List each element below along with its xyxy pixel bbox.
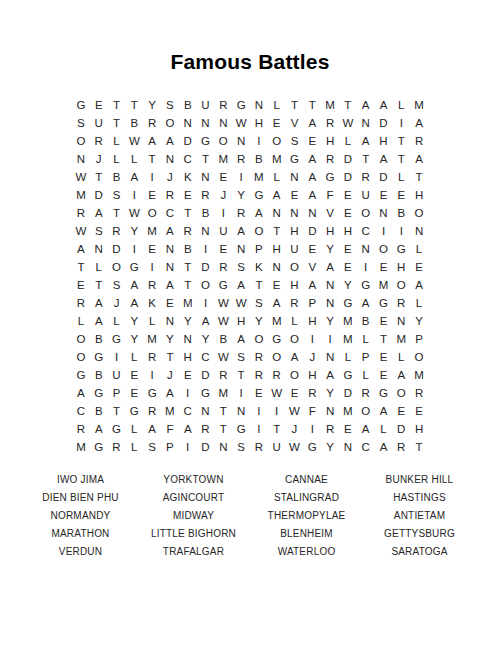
grid-cell[interactable]: A [303,150,321,168]
grid-cell[interactable]: A [250,204,268,222]
grid-cell[interactable]: C [161,204,179,222]
grid-cell[interactable]: R [143,114,161,132]
grid-cell[interactable]: L [375,420,393,438]
grid-cell[interactable]: V [303,258,321,276]
grid-cell[interactable]: M [375,276,393,294]
grid-cell[interactable]: G [321,168,339,186]
grid-cell[interactable]: O [250,222,268,240]
grid-cell[interactable]: I [357,258,375,276]
grid-cell[interactable]: B [179,96,197,114]
grid-cell[interactable]: I [303,330,321,348]
grid-cell[interactable]: D [197,366,215,384]
grid-cell[interactable]: E [410,258,428,276]
grid-cell[interactable]: R [143,276,161,294]
grid-cell[interactable]: W [125,204,143,222]
grid-cell[interactable]: I [250,420,268,438]
grid-cell[interactable]: T [286,96,304,114]
grid-cell[interactable]: I [179,384,197,402]
grid-cell[interactable]: J [303,348,321,366]
grid-cell[interactable]: H [392,258,410,276]
grid-cell[interactable]: E [161,294,179,312]
grid-cell[interactable]: R [392,294,410,312]
grid-cell[interactable]: O [357,204,375,222]
grid-cell[interactable]: W [214,312,232,330]
grid-cell[interactable]: Y [143,96,161,114]
grid-cell[interactable]: T [90,168,108,186]
grid-cell[interactable]: M [339,312,357,330]
grid-cell[interactable]: A [375,438,393,456]
grid-cell[interactable]: N [392,312,410,330]
grid-cell[interactable]: M [161,402,179,420]
grid-cell[interactable]: N [214,438,232,456]
grid-cell[interactable]: O [286,330,304,348]
grid-cell[interactable]: H [268,240,286,258]
grid-cell[interactable]: E [268,114,286,132]
grid-cell[interactable]: E [214,168,232,186]
grid-cell[interactable]: S [250,294,268,312]
grid-cell[interactable]: G [268,330,286,348]
grid-cell[interactable]: E [375,348,393,366]
grid-cell[interactable]: L [143,312,161,330]
grid-cell[interactable]: Y [125,222,143,240]
grid-cell[interactable]: H [410,420,428,438]
grid-cell[interactable]: L [410,294,428,312]
grid-cell[interactable]: A [90,312,108,330]
grid-cell[interactable]: U [90,114,108,132]
grid-cell[interactable]: E [143,186,161,204]
grid-cell[interactable]: F [303,402,321,420]
grid-cell[interactable]: O [72,348,90,366]
grid-cell[interactable]: G [108,330,126,348]
grid-cell[interactable]: R [286,294,304,312]
grid-cell[interactable]: W [214,348,232,366]
grid-cell[interactable]: N [197,222,215,240]
grid-cell[interactable]: R [214,258,232,276]
grid-cell[interactable]: T [232,366,250,384]
grid-cell[interactable]: O [108,258,126,276]
grid-cell[interactable]: I [197,240,215,258]
grid-cell[interactable]: A [410,276,428,294]
grid-cell[interactable]: Y [321,384,339,402]
grid-cell[interactable]: I [268,402,286,420]
grid-cell[interactable]: H [375,132,393,150]
grid-cell[interactable]: A [161,132,179,150]
grid-cell[interactable]: N [72,150,90,168]
grid-cell[interactable]: N [286,204,304,222]
grid-cell[interactable]: I [303,420,321,438]
grid-cell[interactable]: Y [339,276,357,294]
grid-cell[interactable]: J [108,294,126,312]
grid-cell[interactable]: R [108,222,126,240]
grid-cell[interactable]: S [108,186,126,204]
grid-cell[interactable]: Y [250,312,268,330]
grid-cell[interactable]: G [214,276,232,294]
grid-cell[interactable]: L [108,132,126,150]
grid-cell[interactable]: G [375,294,393,312]
grid-cell[interactable]: H [303,366,321,384]
grid-cell[interactable]: E [339,420,357,438]
grid-cell[interactable]: T [143,150,161,168]
grid-cell[interactable]: T [179,276,197,294]
grid-cell[interactable]: E [375,186,393,204]
grid-cell[interactable]: K [143,294,161,312]
grid-cell[interactable]: W [214,294,232,312]
grid-cell[interactable]: G [339,294,357,312]
grid-cell[interactable]: I [197,294,215,312]
grid-cell[interactable]: G [143,384,161,402]
grid-cell[interactable]: E [339,204,357,222]
grid-cell[interactable]: L [268,168,286,186]
grid-cell[interactable]: T [125,96,143,114]
grid-cell[interactable]: A [375,150,393,168]
grid-cell[interactable]: Y [321,438,339,456]
grid-cell[interactable]: G [90,384,108,402]
grid-cell[interactable]: A [357,96,375,114]
grid-cell[interactable]: T [303,96,321,114]
grid-cell[interactable]: M [143,330,161,348]
grid-cell[interactable]: T [108,96,126,114]
grid-cell[interactable]: N [179,114,197,132]
grid-cell[interactable]: A [357,420,375,438]
grid-cell[interactable]: R [392,438,410,456]
grid-cell[interactable]: L [108,150,126,168]
grid-cell[interactable]: T [410,438,428,456]
grid-cell[interactable]: T [108,204,126,222]
grid-cell[interactable]: H [179,348,197,366]
grid-cell[interactable]: M [214,150,232,168]
grid-cell[interactable]: P [250,240,268,258]
grid-cell[interactable]: I [108,348,126,366]
grid-cell[interactable]: N [161,258,179,276]
grid-cell[interactable]: P [410,330,428,348]
grid-cell[interactable]: C [357,438,375,456]
grid-cell[interactable]: D [197,258,215,276]
grid-cell[interactable]: I [125,240,143,258]
grid-cell[interactable]: T [268,420,286,438]
grid-cell[interactable]: G [125,402,143,420]
grid-cell[interactable]: Y [232,186,250,204]
grid-cell[interactable]: I [392,222,410,240]
grid-cell[interactable]: T [214,402,232,420]
grid-cell[interactable]: Y [161,330,179,348]
grid-cell[interactable]: R [321,114,339,132]
grid-cell[interactable]: R [410,132,428,150]
grid-cell[interactable]: O [357,402,375,420]
grid-cell[interactable]: A [303,186,321,204]
grid-cell[interactable]: R [250,366,268,384]
grid-cell[interactable]: R [303,384,321,402]
grid-cell[interactable]: A [321,258,339,276]
grid-cell[interactable]: R [250,348,268,366]
grid-cell[interactable]: N [286,168,304,186]
grid-cell[interactable]: A [179,420,197,438]
grid-cell[interactable]: T [108,114,126,132]
grid-cell[interactable]: M [410,366,428,384]
grid-cell[interactable]: N [90,240,108,258]
grid-cell[interactable]: J [90,150,108,168]
grid-cell[interactable]: A [303,276,321,294]
grid-cell[interactable]: T [161,348,179,366]
grid-cell[interactable]: N [321,294,339,312]
grid-cell[interactable]: M [392,330,410,348]
grid-cell[interactable]: H [410,186,428,204]
grid-cell[interactable]: O [72,330,90,348]
grid-cell[interactable]: T [375,330,393,348]
grid-cell[interactable]: R [232,204,250,222]
grid-cell[interactable]: W [286,438,304,456]
grid-cell[interactable]: Y [321,312,339,330]
grid-cell[interactable]: I [250,132,268,150]
grid-cell[interactable]: T [108,402,126,420]
grid-cell[interactable]: E [339,240,357,258]
grid-cell[interactable]: E [303,132,321,150]
grid-cell[interactable]: W [339,114,357,132]
grid-cell[interactable]: G [392,240,410,258]
grid-cell[interactable]: T [179,204,197,222]
grid-cell[interactable]: G [72,366,90,384]
grid-cell[interactable]: T [90,276,108,294]
grid-cell[interactable]: K [250,258,268,276]
grid-cell[interactable]: L [125,150,143,168]
grid-cell[interactable]: N [161,240,179,258]
grid-cell[interactable]: R [90,132,108,150]
grid-cell[interactable]: T [339,96,357,114]
grid-cell[interactable]: O [286,258,304,276]
grid-cell[interactable]: A [143,132,161,150]
grid-cell[interactable]: A [286,348,304,366]
grid-cell[interactable]: M [321,96,339,114]
grid-cell[interactable]: N [232,402,250,420]
grid-cell[interactable]: D [197,438,215,456]
grid-cell[interactable]: V [321,204,339,222]
grid-cell[interactable]: R [161,186,179,204]
grid-cell[interactable]: M [214,384,232,402]
grid-cell[interactable]: E [72,276,90,294]
grid-cell[interactable]: C [357,222,375,240]
grid-cell[interactable]: R [179,222,197,240]
grid-cell[interactable]: R [214,96,232,114]
grid-cell[interactable]: A [303,114,321,132]
grid-cell[interactable]: M [143,222,161,240]
grid-cell[interactable]: H [250,114,268,132]
grid-cell[interactable]: A [303,168,321,186]
grid-cell[interactable]: O [410,204,428,222]
grid-cell[interactable]: E [143,240,161,258]
grid-cell[interactable]: G [232,96,250,114]
grid-cell[interactable]: N [375,204,393,222]
grid-cell[interactable]: U [214,222,232,240]
grid-cell[interactable]: M [268,312,286,330]
grid-cell[interactable]: O [410,348,428,366]
grid-cell[interactable]: P [357,348,375,366]
grid-cell[interactable]: I [232,384,250,402]
grid-cell[interactable]: L [339,132,357,150]
grid-cell[interactable]: V [286,114,304,132]
grid-cell[interactable]: S [161,96,179,114]
grid-cell[interactable]: N [161,312,179,330]
grid-cell[interactable]: O [72,132,90,150]
grid-cell[interactable]: D [392,420,410,438]
grid-cell[interactable]: G [197,132,215,150]
grid-cell[interactable]: T [250,276,268,294]
grid-cell[interactable]: Y [179,312,197,330]
grid-cell[interactable]: M [72,186,90,204]
grid-cell[interactable]: I [321,330,339,348]
grid-cell[interactable]: T [410,168,428,186]
grid-cell[interactable]: E [179,366,197,384]
grid-cell[interactable]: I [250,402,268,420]
grid-cell[interactable]: J [214,186,232,204]
grid-cell[interactable]: N [214,114,232,132]
grid-cell[interactable]: Y [125,330,143,348]
grid-cell[interactable]: R [321,420,339,438]
grid-cell[interactable]: G [232,420,250,438]
grid-cell[interactable]: O [286,366,304,384]
grid-cell[interactable]: E [286,186,304,204]
grid-cell[interactable]: G [303,438,321,456]
grid-cell[interactable]: M [250,168,268,186]
grid-cell[interactable]: O [392,276,410,294]
grid-cell[interactable]: T [392,132,410,150]
grid-cell[interactable]: B [392,204,410,222]
grid-cell[interactable]: O [250,330,268,348]
grid-cell[interactable]: U [197,96,215,114]
grid-cell[interactable]: P [303,294,321,312]
grid-cell[interactable]: S [108,276,126,294]
grid-cell[interactable]: L [392,348,410,366]
grid-cell[interactable]: B [357,312,375,330]
grid-cell[interactable]: R [197,186,215,204]
grid-cell[interactable]: W [268,384,286,402]
grid-cell[interactable]: E [179,186,197,204]
grid-cell[interactable]: M [410,96,428,114]
grid-cell[interactable]: S [286,132,304,150]
grid-cell[interactable]: T [392,150,410,168]
grid-cell[interactable]: L [268,96,286,114]
grid-cell[interactable]: E [410,402,428,420]
grid-cell[interactable]: A [357,132,375,150]
grid-cell[interactable]: L [72,312,90,330]
grid-cell[interactable]: I [125,186,143,204]
grid-cell[interactable]: H [321,132,339,150]
grid-cell[interactable]: B [250,150,268,168]
grid-cell[interactable]: G [357,276,375,294]
grid-cell[interactable]: L [339,348,357,366]
grid-cell[interactable]: A [125,276,143,294]
grid-cell[interactable]: U [108,366,126,384]
grid-cell[interactable]: H [339,222,357,240]
grid-cell[interactable]: I [214,204,232,222]
grid-cell[interactable]: G [286,150,304,168]
grid-cell[interactable]: C [179,402,197,420]
grid-cell[interactable]: D [179,132,197,150]
grid-cell[interactable]: O [392,384,410,402]
grid-cell[interactable]: G [197,384,215,402]
grid-cell[interactable]: E [268,276,286,294]
grid-cell[interactable]: A [143,420,161,438]
grid-cell[interactable]: N [357,240,375,258]
grid-cell[interactable]: F [321,186,339,204]
grid-cell[interactable]: G [90,348,108,366]
grid-cell[interactable]: O [268,132,286,150]
grid-cell[interactable]: M [268,150,286,168]
grid-cell[interactable]: Y [125,312,143,330]
grid-cell[interactable]: N [232,240,250,258]
grid-cell[interactable]: A [392,366,410,384]
grid-cell[interactable]: A [125,168,143,186]
grid-cell[interactable]: I [375,222,393,240]
grid-cell[interactable]: L [357,330,375,348]
grid-cell[interactable]: B [179,240,197,258]
grid-cell[interactable]: T [197,150,215,168]
grid-cell[interactable]: N [232,132,250,150]
grid-cell[interactable]: G [125,258,143,276]
grid-cell[interactable]: R [108,438,126,456]
grid-cell[interactable]: R [214,366,232,384]
grid-cell[interactable]: D [303,222,321,240]
grid-cell[interactable]: W [286,402,304,420]
grid-cell[interactable]: B [90,366,108,384]
grid-cell[interactable]: A [90,420,108,438]
grid-cell[interactable]: E [125,384,143,402]
grid-cell[interactable]: M [72,438,90,456]
grid-cell[interactable]: A [161,276,179,294]
grid-cell[interactable]: R [143,402,161,420]
grid-cell[interactable]: D [375,114,393,132]
grid-cell[interactable]: A [125,294,143,312]
grid-cell[interactable]: M [339,402,357,420]
grid-cell[interactable]: O [197,276,215,294]
grid-cell[interactable]: S [143,438,161,456]
grid-cell[interactable]: W [232,114,250,132]
grid-cell[interactable]: B [197,204,215,222]
grid-cell[interactable]: H [232,312,250,330]
grid-cell[interactable]: C [72,402,90,420]
grid-cell[interactable]: K [179,168,197,186]
grid-cell[interactable]: G [339,366,357,384]
grid-cell[interactable]: A [161,222,179,240]
grid-cell[interactable]: A [375,96,393,114]
grid-cell[interactable]: C [179,150,197,168]
grid-cell[interactable]: E [339,186,357,204]
grid-cell[interactable]: R [410,384,428,402]
grid-cell[interactable]: O [161,114,179,132]
grid-cell[interactable]: R [321,150,339,168]
grid-cell[interactable]: L [125,438,143,456]
grid-cell[interactable]: D [339,168,357,186]
grid-cell[interactable]: E [286,384,304,402]
grid-cell[interactable]: Y [410,312,428,330]
grid-cell[interactable]: B [90,330,108,348]
grid-cell[interactable]: W [72,168,90,186]
grid-cell[interactable]: L [410,240,428,258]
grid-cell[interactable]: E [303,240,321,258]
grid-cell[interactable]: W [232,294,250,312]
grid-cell[interactable]: J [161,366,179,384]
grid-cell[interactable]: D [90,186,108,204]
grid-cell[interactable]: N [197,402,215,420]
grid-cell[interactable]: L [392,168,410,186]
grid-cell[interactable]: A [72,240,90,258]
grid-cell[interactable]: B [214,330,232,348]
grid-cell[interactable]: L [357,366,375,384]
grid-cell[interactable]: N [268,258,286,276]
grid-cell[interactable]: E [375,366,393,384]
grid-cell[interactable]: A [268,294,286,312]
grid-cell[interactable]: I [143,258,161,276]
grid-cell[interactable]: N [250,96,268,114]
grid-cell[interactable]: R [72,420,90,438]
